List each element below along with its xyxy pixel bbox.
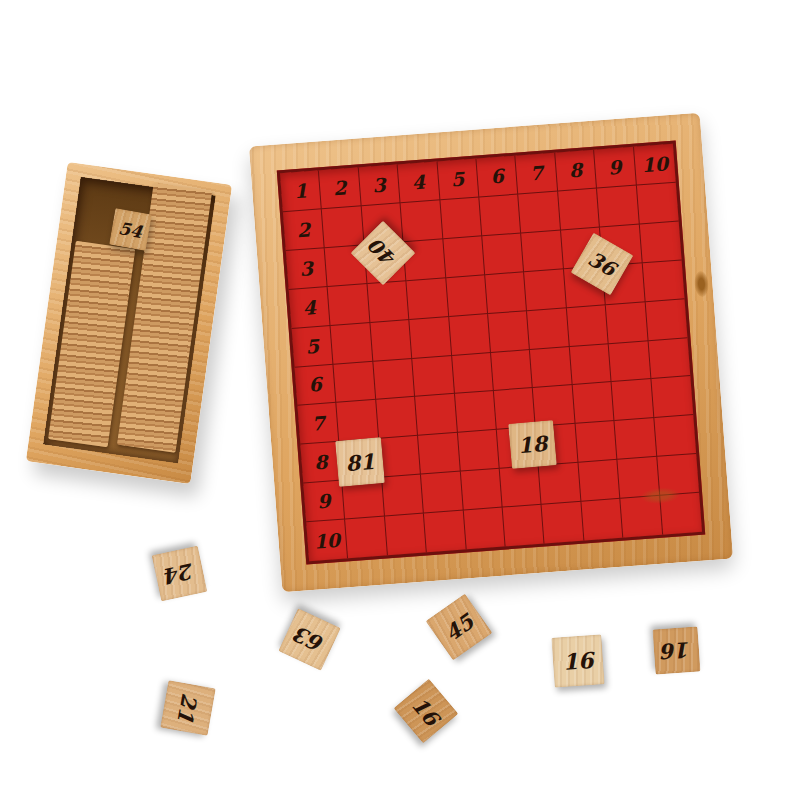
cell-r5c10[interactable]	[645, 299, 687, 341]
cell-r10c8[interactable]	[581, 499, 623, 541]
tile-number: 45	[440, 608, 478, 645]
board-number-6: 6	[490, 165, 505, 188]
number-tile-24[interactable]: 24	[151, 545, 207, 601]
cell-r1c9[interactable]: 9	[594, 147, 636, 189]
board-number-3: 3	[299, 257, 314, 280]
cell-r5c5[interactable]	[449, 314, 491, 356]
board-number-7: 7	[529, 162, 544, 185]
cell-r1c8[interactable]: 8	[555, 150, 597, 192]
cell-r7c8[interactable]	[572, 382, 614, 424]
cell-r5c4[interactable]	[409, 317, 451, 359]
cell-r2c8[interactable]	[558, 188, 600, 230]
number-tile-54[interactable]: 54	[109, 208, 152, 251]
board-grid: 123456789102345678910	[280, 144, 702, 561]
cell-r10c5[interactable]	[463, 508, 505, 550]
cell-r10c3[interactable]	[385, 514, 427, 556]
cell-r9c7[interactable]	[539, 463, 581, 505]
board-number-8: 8	[568, 159, 583, 182]
cell-r7c2[interactable]	[337, 400, 379, 442]
cell-r1c10[interactable]: 10	[634, 144, 676, 186]
cell-r8c3[interactable]	[379, 436, 421, 478]
cell-r2c4[interactable]	[401, 200, 443, 242]
cell-r8c8[interactable]	[575, 421, 617, 463]
board-number-9: 9	[316, 490, 331, 513]
tile-number: 18	[516, 430, 547, 457]
cell-r5c8[interactable]	[567, 305, 609, 347]
cell-r1c6[interactable]: 6	[476, 156, 518, 198]
board-number-4: 4	[302, 296, 317, 319]
cell-r2c9[interactable]	[597, 186, 639, 228]
cell-r4c6[interactable]	[485, 272, 527, 314]
cell-r10c2[interactable]	[346, 517, 388, 559]
board-number-1: 1	[293, 179, 308, 202]
board-number-5: 5	[305, 334, 320, 357]
tile-number: 40	[365, 235, 402, 272]
tile-number: 16	[562, 647, 594, 675]
cell-r1c1[interactable]: 1	[280, 170, 322, 212]
cell-r2c2[interactable]	[322, 206, 364, 248]
cell-r6c1[interactable]: 6	[295, 364, 337, 406]
cell-r8c9[interactable]	[615, 418, 657, 460]
cell-r5c2[interactable]	[331, 323, 373, 365]
cell-r9c4[interactable]	[421, 472, 463, 514]
pythagoras-board: 123456789102345678910	[249, 113, 733, 593]
tile-number: 54	[117, 217, 144, 241]
cell-r9c3[interactable]	[382, 475, 424, 517]
cell-r8c5[interactable]	[458, 430, 500, 472]
cell-r5c7[interactable]	[527, 308, 569, 350]
board-number-8: 8	[314, 451, 329, 474]
cell-r8c10[interactable]	[654, 415, 696, 457]
cell-r3c6[interactable]	[482, 233, 524, 275]
cell-r7c9[interactable]	[612, 379, 654, 421]
cell-r5c3[interactable]	[370, 320, 412, 362]
cell-r1c7[interactable]: 7	[516, 153, 558, 195]
number-tile-16[interactable]: 16	[394, 679, 459, 744]
cell-r6c9[interactable]	[609, 341, 651, 383]
cell-r7c4[interactable]	[415, 394, 457, 436]
cell-r2c7[interactable]	[519, 191, 561, 233]
cell-r7c1[interactable]: 7	[297, 403, 339, 445]
tile-number: 21	[173, 691, 203, 724]
cell-r4c7[interactable]	[524, 269, 566, 311]
wood-knot	[694, 271, 710, 298]
cell-r4c3[interactable]	[367, 281, 409, 323]
cell-r9c1[interactable]: 9	[303, 481, 345, 523]
board-number-5: 5	[450, 167, 465, 190]
cell-r3c7[interactable]	[522, 230, 564, 272]
cell-r6c2[interactable]	[334, 361, 376, 403]
number-tile-16[interactable]: 16	[652, 626, 700, 674]
cell-r7c5[interactable]	[455, 391, 497, 433]
board-number-2: 2	[296, 218, 311, 241]
tile-number: 16	[661, 637, 692, 664]
cell-r2c1[interactable]: 2	[283, 209, 325, 251]
cell-r9c5[interactable]	[460, 469, 502, 511]
tile-number: 81	[344, 448, 375, 475]
cell-r4c5[interactable]	[446, 275, 488, 317]
cell-r10c7[interactable]	[542, 502, 584, 544]
tile-number: 16	[407, 692, 445, 730]
cell-r2c5[interactable]	[440, 197, 482, 239]
cell-r4c2[interactable]	[328, 284, 370, 326]
cell-r1c5[interactable]: 5	[437, 159, 479, 201]
number-tile-81[interactable]: 81	[335, 437, 385, 487]
number-tile-63[interactable]: 63	[278, 608, 340, 670]
board-number-3: 3	[372, 173, 387, 196]
cell-r2c10[interactable]	[636, 183, 678, 225]
cell-r6c10[interactable]	[648, 338, 690, 380]
cell-r6c3[interactable]	[373, 358, 415, 400]
cell-r10c4[interactable]	[424, 511, 466, 553]
number-tile-45[interactable]: 45	[426, 594, 493, 661]
board-number-10: 10	[641, 152, 669, 176]
board-number-4: 4	[411, 170, 426, 193]
number-tile-18[interactable]: 18	[508, 420, 557, 469]
number-tile-21[interactable]: 21	[160, 680, 216, 736]
cell-r10c6[interactable]	[503, 505, 545, 547]
board-number-10: 10	[313, 528, 341, 552]
cell-r10c1[interactable]: 10	[306, 519, 348, 561]
cell-r3c10[interactable]	[639, 221, 681, 263]
cell-r6c5[interactable]	[452, 353, 494, 395]
scene: 123456789102345678910 403681185424632145…	[0, 0, 800, 800]
cell-r6c8[interactable]	[570, 344, 612, 386]
cell-r1c4[interactable]: 4	[398, 162, 440, 204]
cell-r5c6[interactable]	[488, 311, 530, 353]
cell-r1c2[interactable]: 2	[319, 167, 361, 209]
cell-r4c1[interactable]: 4	[289, 287, 331, 329]
cell-r3c5[interactable]	[443, 236, 485, 278]
cell-r6c6[interactable]	[491, 350, 533, 392]
cell-r5c1[interactable]: 5	[292, 326, 334, 368]
cell-r3c4[interactable]	[404, 239, 446, 281]
board-number-7: 7	[311, 412, 326, 435]
red-field: 123456789102345678910	[277, 141, 705, 565]
board-number-2: 2	[332, 176, 347, 199]
tile-number: 36	[584, 247, 620, 282]
cell-r6c7[interactable]	[530, 347, 572, 389]
cell-r7c10[interactable]	[651, 377, 693, 419]
board-number-9: 9	[607, 156, 622, 179]
cell-r6c4[interactable]	[412, 355, 454, 397]
board-number-6: 6	[308, 373, 323, 396]
cell-r7c3[interactable]	[376, 397, 418, 439]
cell-r9c8[interactable]	[578, 460, 620, 502]
cell-r3c1[interactable]: 3	[286, 248, 328, 290]
cell-r4c10[interactable]	[642, 260, 684, 302]
cell-r8c4[interactable]	[418, 433, 460, 475]
tile-number: 24	[162, 558, 196, 589]
tile-number: 63	[290, 621, 327, 656]
number-tile-16[interactable]: 16	[551, 634, 604, 687]
cell-r4c4[interactable]	[407, 278, 449, 320]
cell-r9c6[interactable]	[500, 466, 542, 508]
cell-r5c9[interactable]	[606, 302, 648, 344]
cell-r1c3[interactable]: 3	[359, 164, 401, 206]
cell-r2c6[interactable]	[479, 194, 521, 236]
